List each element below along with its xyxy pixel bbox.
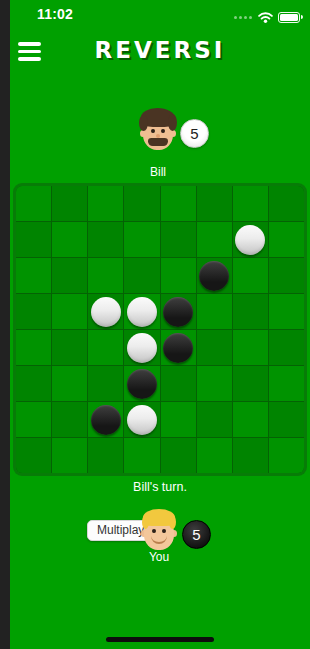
you-avatar (140, 508, 178, 554)
board-cell-a3[interactable] (16, 258, 51, 293)
board-cell-a4[interactable] (16, 294, 51, 329)
board-cell-e4[interactable] (161, 294, 196, 329)
board-cell-e8[interactable] (161, 438, 196, 473)
board-cell-g1[interactable] (233, 186, 268, 221)
bill-name-label: Bill (123, 165, 193, 179)
board-cell-h2[interactable] (269, 222, 304, 257)
board-cell-a2[interactable] (16, 222, 51, 257)
board-cell-g7[interactable] (233, 402, 268, 437)
board-cell-f7[interactable] (197, 402, 232, 437)
board-cell-f6[interactable] (197, 366, 232, 401)
board-cell-b2[interactable] (52, 222, 87, 257)
app-title: REVERSI (10, 37, 310, 63)
board-cell-c6[interactable] (88, 366, 123, 401)
board-cell-d4[interactable] (124, 294, 159, 329)
reversi-app-screen: 11:02 REVERSI 5 Bill Bill's turn. Multip… (10, 0, 310, 649)
bill-hair (141, 108, 175, 127)
board-cell-d6[interactable] (124, 366, 159, 401)
board-cell-e3[interactable] (161, 258, 196, 293)
board-cell-d8[interactable] (124, 438, 159, 473)
board-cell-d5[interactable] (124, 330, 159, 365)
bill-avatar (139, 108, 177, 154)
black-disc-c7 (91, 405, 121, 435)
you-name-label: You (124, 550, 194, 564)
status-time: 11:02 (30, 6, 80, 22)
home-indicator[interactable] (106, 637, 214, 642)
board-cell-c5[interactable] (88, 330, 123, 365)
board-cell-f2[interactable] (197, 222, 232, 257)
board-cell-d1[interactable] (124, 186, 159, 221)
board-cell-b8[interactable] (52, 438, 87, 473)
reversi-board (16, 186, 304, 473)
board-cell-e1[interactable] (161, 186, 196, 221)
board-cell-c2[interactable] (88, 222, 123, 257)
board-cell-a8[interactable] (16, 438, 51, 473)
board-cell-a6[interactable] (16, 366, 51, 401)
board-cell-g5[interactable] (233, 330, 268, 365)
board-cell-e7[interactable] (161, 402, 196, 437)
board-cell-g4[interactable] (233, 294, 268, 329)
white-disc-d4 (127, 297, 157, 327)
board-cell-e2[interactable] (161, 222, 196, 257)
board-cell-f5[interactable] (197, 330, 232, 365)
you-hair (143, 509, 175, 526)
turn-status-text: Bill's turn. (10, 480, 310, 494)
board-cell-f4[interactable] (197, 294, 232, 329)
wifi-icon (257, 11, 274, 23)
board-cell-e5[interactable] (161, 330, 196, 365)
board-cell-b5[interactable] (52, 330, 87, 365)
board-cell-h3[interactable] (269, 258, 304, 293)
board-cell-g6[interactable] (233, 366, 268, 401)
board-cell-g8[interactable] (233, 438, 268, 473)
board-cell-a5[interactable] (16, 330, 51, 365)
board-cell-f1[interactable] (197, 186, 232, 221)
board-cell-c8[interactable] (88, 438, 123, 473)
board-cell-h8[interactable] (269, 438, 304, 473)
board-cell-c4[interactable] (88, 294, 123, 329)
board-cell-f8[interactable] (197, 438, 232, 473)
board-cell-f3[interactable] (197, 258, 232, 293)
board-cell-g3[interactable] (233, 258, 268, 293)
board-cell-d2[interactable] (124, 222, 159, 257)
board-cell-b4[interactable] (52, 294, 87, 329)
board-frame (13, 183, 307, 476)
board-cell-a1[interactable] (16, 186, 51, 221)
board-cell-h1[interactable] (269, 186, 304, 221)
board-cell-h6[interactable] (269, 366, 304, 401)
board-cell-d3[interactable] (124, 258, 159, 293)
board-cell-h7[interactable] (269, 402, 304, 437)
black-disc-f3 (199, 261, 229, 291)
board-cell-b6[interactable] (52, 366, 87, 401)
board-cell-c3[interactable] (88, 258, 123, 293)
white-disc-c4 (91, 297, 121, 327)
board-cell-c1[interactable] (88, 186, 123, 221)
you-score-badge: 5 (182, 520, 211, 549)
board-cell-a7[interactable] (16, 402, 51, 437)
board-cell-b7[interactable] (52, 402, 87, 437)
battery-icon (278, 12, 300, 23)
board-cell-b3[interactable] (52, 258, 87, 293)
white-disc-g2 (235, 225, 265, 255)
white-disc-d5 (127, 333, 157, 363)
board-cell-d7[interactable] (124, 402, 159, 437)
bill-score-badge: 5 (180, 119, 209, 148)
board-cell-g2[interactable] (233, 222, 268, 257)
cellular-signal-icon (234, 16, 252, 19)
board-cell-c7[interactable] (88, 402, 123, 437)
black-disc-e5 (163, 333, 193, 363)
board-cell-e6[interactable] (161, 366, 196, 401)
black-disc-d6 (127, 369, 157, 399)
status-icons (234, 11, 300, 23)
white-disc-d7 (127, 405, 157, 435)
bill-mustache (148, 138, 168, 146)
board-cell-b1[interactable] (52, 186, 87, 221)
board-cell-h5[interactable] (269, 330, 304, 365)
black-disc-e4 (163, 297, 193, 327)
board-cell-h4[interactable] (269, 294, 304, 329)
